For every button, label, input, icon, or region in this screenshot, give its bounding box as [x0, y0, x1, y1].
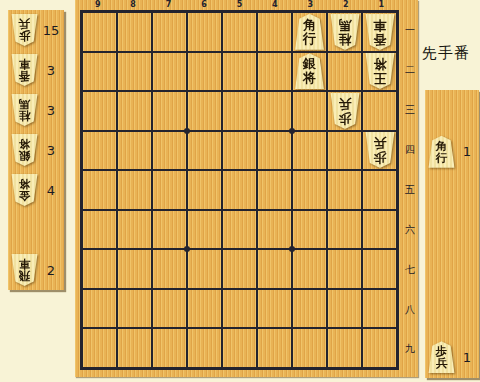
board-cell[interactable] [363, 211, 396, 249]
board-cell[interactable] [188, 250, 221, 288]
piece-face: 銀将 [11, 134, 38, 166]
piece-kanji: 香 [373, 32, 386, 46]
hand-slot: 香車3 [8, 50, 64, 90]
board-cell[interactable] [328, 329, 361, 367]
piece-kanji: 王 [373, 71, 386, 85]
board-cell[interactable] [118, 92, 151, 130]
piece-face: 銀将 [295, 53, 325, 89]
board-cell[interactable] [83, 329, 116, 367]
rank-label: 九 [402, 330, 418, 370]
board-cell[interactable] [363, 250, 396, 288]
piece-kanji: 角 [303, 18, 316, 32]
board-cell[interactable] [223, 132, 256, 170]
board-cell[interactable] [83, 290, 116, 328]
board-cell[interactable]: 歩兵 [328, 92, 361, 130]
board-cell[interactable]: 歩兵 [363, 132, 396, 170]
board-cell[interactable] [188, 329, 221, 367]
board-cell[interactable]: 桂馬 [328, 13, 361, 51]
piece-kanji: 兵 [19, 18, 31, 30]
rank-label: 三 [402, 90, 418, 130]
board-cell[interactable] [188, 132, 221, 170]
piece-kanji: 馬 [19, 98, 31, 110]
board-cell[interactable] [118, 53, 151, 91]
board-cell[interactable] [258, 211, 291, 249]
hand-count: 1 [455, 350, 479, 365]
hand-count: 3 [38, 103, 64, 118]
board-cell[interactable] [258, 250, 291, 288]
board-cell[interactable] [153, 92, 186, 130]
board-cell[interactable] [293, 132, 326, 170]
star-point [289, 128, 295, 134]
file-label: 5 [222, 0, 257, 10]
board-cell[interactable] [223, 329, 256, 367]
shogi-piece-gote[interactable]: 王将 [365, 53, 395, 89]
rank-label: 八 [402, 290, 418, 330]
piece-kanji: 銀 [303, 57, 316, 71]
board-cell[interactable] [258, 290, 291, 328]
board-cell[interactable]: 王将 [363, 53, 396, 91]
board-cell[interactable] [188, 92, 221, 130]
board-cell[interactable] [188, 13, 221, 51]
board-cell[interactable] [363, 92, 396, 130]
piece-kanji: 桂 [338, 32, 351, 46]
piece-kanji: 角 [436, 140, 448, 152]
file-label: 9 [80, 0, 115, 10]
board-cell[interactable] [118, 171, 151, 209]
board-cell[interactable] [363, 329, 396, 367]
board-cell[interactable] [258, 171, 291, 209]
board-cell[interactable] [188, 211, 221, 249]
hand-count: 3 [38, 143, 64, 158]
board-cell[interactable] [83, 92, 116, 130]
piece-kanji: 歩 [19, 30, 31, 42]
hand-piece-gote[interactable]: 桂馬 [11, 94, 38, 126]
board-cell[interactable] [153, 132, 186, 170]
piece-kanji: 兵 [373, 136, 386, 150]
board-cell[interactable] [153, 53, 186, 91]
piece-kanji: 車 [19, 258, 31, 270]
board-cell[interactable] [258, 13, 291, 51]
board-cell[interactable] [258, 53, 291, 91]
shogi-board: 987654321 角行桂馬香車銀将王将歩兵歩兵 一二三四五六七八九 [75, 0, 418, 377]
board-cell[interactable] [293, 92, 326, 130]
hand-piece-sente[interactable]: 歩兵 [428, 341, 455, 373]
board-cell[interactable] [223, 290, 256, 328]
board-cell[interactable] [223, 211, 256, 249]
rank-label: 四 [402, 130, 418, 170]
piece-kanji: 車 [373, 18, 386, 32]
sente-hand-stand: 角行1歩兵1 [425, 90, 479, 378]
piece-face: 香車 [365, 14, 395, 50]
board-cell[interactable] [293, 171, 326, 209]
hand-slot [425, 255, 479, 296]
hand-slot: 金将4 [8, 170, 64, 210]
hand-count: 1 [455, 144, 479, 159]
board-cell[interactable] [83, 211, 116, 249]
board-cell[interactable] [118, 132, 151, 170]
board-cell[interactable] [293, 250, 326, 288]
piece-kanji: 銀 [19, 150, 31, 162]
shogi-piece-sente[interactable]: 銀将 [295, 53, 325, 89]
board-cell[interactable] [328, 171, 361, 209]
rank-label: 二 [402, 50, 418, 90]
board-cell[interactable] [153, 211, 186, 249]
board-cell[interactable] [83, 53, 116, 91]
piece-kanji: 将 [19, 178, 31, 190]
board-cell[interactable] [153, 250, 186, 288]
piece-face: 桂馬 [330, 14, 360, 50]
board-cell[interactable] [83, 13, 116, 51]
hand-slot [8, 210, 64, 250]
board-cell[interactable] [293, 329, 326, 367]
board-cell[interactable] [363, 171, 396, 209]
piece-kanji: 将 [19, 138, 31, 150]
file-label: 6 [186, 0, 221, 10]
board-cell[interactable] [328, 211, 361, 249]
board-cell[interactable] [118, 290, 151, 328]
hand-piece-gote[interactable]: 銀将 [11, 134, 38, 166]
piece-kanji: 飛 [19, 270, 31, 282]
gote-hand-stand: 歩兵15香車3桂馬3銀将3金将4飛車2 [8, 10, 64, 290]
board-cell[interactable] [328, 53, 361, 91]
piece-kanji: 桂 [19, 110, 31, 122]
hand-slot [425, 213, 479, 254]
piece-kanji: 行 [303, 32, 316, 46]
rank-label: 六 [402, 210, 418, 250]
piece-kanji: 歩 [373, 150, 386, 164]
piece-kanji: 行 [436, 152, 448, 164]
hand-slot [425, 296, 479, 337]
hand-count: 3 [38, 63, 64, 78]
board-cell[interactable] [188, 53, 221, 91]
piece-kanji: 兵 [436, 357, 448, 369]
board-cell[interactable] [258, 132, 291, 170]
file-labels: 987654321 [80, 0, 399, 10]
star-point [289, 246, 295, 252]
piece-kanji: 馬 [338, 18, 351, 32]
file-label: 2 [328, 0, 363, 10]
board-cell[interactable] [223, 13, 256, 51]
hand-slot: 歩兵15 [8, 10, 64, 50]
board-cell[interactable] [328, 290, 361, 328]
board-cell[interactable]: 銀将 [293, 53, 326, 91]
piece-kanji: 車 [19, 58, 31, 70]
piece-kanji: 将 [373, 57, 386, 71]
board-cell[interactable] [153, 171, 186, 209]
board-cell[interactable] [83, 132, 116, 170]
piece-face: 歩兵 [428, 341, 455, 373]
board-cell[interactable] [293, 211, 326, 249]
star-point [184, 246, 190, 252]
board-grid: 角行桂馬香車銀将王将歩兵歩兵 [80, 10, 399, 370]
board-cell[interactable] [83, 250, 116, 288]
board-cell[interactable] [223, 53, 256, 91]
piece-kanji: 香 [19, 70, 31, 82]
board-cell[interactable] [153, 329, 186, 367]
shogi-diagram: 歩兵15香車3桂馬3銀将3金将4飛車2 987654321 角行桂馬香車銀将王将… [0, 0, 480, 382]
board-cell[interactable] [258, 329, 291, 367]
hand-slot: 銀将3 [8, 130, 64, 170]
hand-count: 4 [38, 183, 64, 198]
board-cell[interactable]: 香車 [363, 13, 396, 51]
board-cell[interactable] [223, 171, 256, 209]
hand-slot: 飛車2 [8, 250, 64, 290]
piece-kanji: 歩 [338, 111, 351, 125]
board-cell[interactable] [153, 13, 186, 51]
board-cell[interactable] [363, 290, 396, 328]
hand-slot [425, 172, 479, 213]
board-cell[interactable] [153, 290, 186, 328]
file-label: 7 [151, 0, 186, 10]
hand-count: 2 [38, 263, 64, 278]
turn-indicator: 先手番 [422, 44, 478, 63]
board-cell[interactable]: 角行 [293, 13, 326, 51]
board-cell[interactable] [328, 132, 361, 170]
piece-face: 歩兵 [365, 132, 395, 168]
shogi-piece-sente[interactable]: 角行 [295, 14, 325, 50]
board-cell[interactable] [118, 211, 151, 249]
board-cell[interactable] [118, 329, 151, 367]
piece-face: 歩兵 [330, 93, 360, 129]
piece-kanji: 金 [19, 190, 31, 202]
piece-face: 香車 [11, 54, 38, 86]
piece-face: 角行 [295, 14, 325, 50]
hand-piece-gote[interactable]: 歩兵 [11, 14, 38, 46]
rank-label: 七 [402, 250, 418, 290]
hand-piece-gote[interactable]: 飛車 [11, 254, 38, 286]
rank-labels: 一二三四五六七八九 [402, 10, 418, 370]
shogi-piece-gote[interactable]: 歩兵 [365, 132, 395, 168]
file-label: 3 [293, 0, 328, 10]
piece-face: 桂馬 [11, 94, 38, 126]
hand-count: 15 [38, 23, 64, 38]
star-point [184, 128, 190, 134]
file-label: 8 [115, 0, 150, 10]
file-label: 1 [364, 0, 399, 10]
hand-piece-gote[interactable]: 金将 [11, 174, 38, 206]
hand-slot: 歩兵1 [425, 337, 479, 378]
shogi-piece-gote[interactable]: 香車 [365, 14, 395, 50]
board-cell[interactable] [118, 250, 151, 288]
hand-slot [425, 90, 479, 131]
hand-slot: 桂馬3 [8, 90, 64, 130]
rank-label: 五 [402, 170, 418, 210]
piece-face: 歩兵 [11, 14, 38, 46]
board-cell[interactable] [258, 92, 291, 130]
piece-kanji: 兵 [338, 97, 351, 111]
board-cell[interactable] [188, 171, 221, 209]
rank-label: 一 [402, 10, 418, 50]
board-cell[interactable] [223, 250, 256, 288]
piece-face: 王将 [365, 53, 395, 89]
board-cell[interactable] [293, 290, 326, 328]
file-label: 4 [257, 0, 292, 10]
board-cell[interactable] [118, 13, 151, 51]
hand-piece-gote[interactable]: 香車 [11, 54, 38, 86]
shogi-piece-gote[interactable]: 桂馬 [330, 14, 360, 50]
board-cell[interactable] [328, 250, 361, 288]
piece-face: 飛車 [11, 254, 38, 286]
piece-face: 角行 [428, 136, 455, 168]
board-cell[interactable] [223, 92, 256, 130]
shogi-piece-gote[interactable]: 歩兵 [330, 93, 360, 129]
board-cell[interactable] [188, 290, 221, 328]
piece-kanji: 将 [303, 71, 316, 85]
board-cell[interactable] [83, 171, 116, 209]
hand-slot: 角行1 [425, 131, 479, 172]
hand-piece-sente[interactable]: 角行 [428, 136, 455, 168]
piece-face: 金将 [11, 174, 38, 206]
